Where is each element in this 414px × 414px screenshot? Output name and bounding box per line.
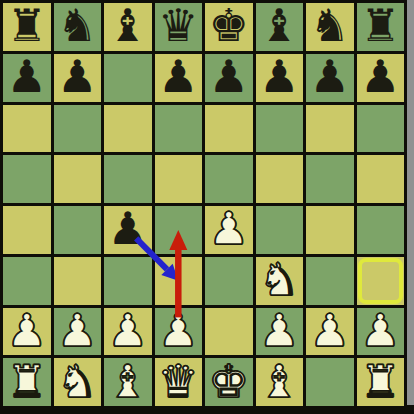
window-edge-strip: [407, 0, 414, 405]
square-c5[interactable]: [104, 155, 152, 203]
piece-black-pawn[interactable]: ♟: [7, 54, 47, 100]
square-d3[interactable]: [155, 257, 203, 305]
piece-white-rook[interactable]: ♜: [7, 358, 47, 404]
square-g1[interactable]: [306, 358, 354, 406]
square-a6[interactable]: [3, 105, 51, 153]
square-f3[interactable]: ♞: [256, 257, 304, 305]
piece-white-pawn[interactable]: ♟: [360, 308, 400, 354]
square-g8[interactable]: ♞: [306, 3, 354, 51]
square-c4[interactable]: ♟: [104, 206, 152, 254]
square-d5[interactable]: [155, 155, 203, 203]
square-f2[interactable]: ♟: [256, 308, 304, 356]
piece-black-pawn[interactable]: ♟: [158, 54, 198, 100]
piece-black-bishop[interactable]: ♝: [259, 3, 299, 49]
square-c2[interactable]: ♟: [104, 308, 152, 356]
square-a4[interactable]: [3, 206, 51, 254]
square-f8[interactable]: ♝: [256, 3, 304, 51]
piece-white-rook[interactable]: ♜: [360, 358, 400, 404]
square-h4[interactable]: [357, 206, 405, 254]
square-f5[interactable]: [256, 155, 304, 203]
square-g3[interactable]: [306, 257, 354, 305]
square-b1[interactable]: ♞: [54, 358, 102, 406]
square-c6[interactable]: [104, 105, 152, 153]
square-a2[interactable]: ♟: [3, 308, 51, 356]
square-e1[interactable]: ♚: [205, 358, 253, 406]
square-h2[interactable]: ♟: [357, 308, 405, 356]
piece-black-pawn[interactable]: ♟: [57, 54, 97, 100]
square-c7[interactable]: [104, 54, 152, 102]
square-b3[interactable]: [54, 257, 102, 305]
piece-white-pawn[interactable]: ♟: [108, 308, 148, 354]
piece-white-king[interactable]: ♚: [209, 358, 249, 404]
square-g2[interactable]: ♟: [306, 308, 354, 356]
piece-black-pawn[interactable]: ♟: [310, 54, 350, 100]
square-g7[interactable]: ♟: [306, 54, 354, 102]
square-f4[interactable]: [256, 206, 304, 254]
square-f6[interactable]: [256, 105, 304, 153]
piece-white-knight[interactable]: ♞: [57, 358, 97, 404]
square-a5[interactable]: [3, 155, 51, 203]
square-h1[interactable]: ♜: [357, 358, 405, 406]
piece-white-pawn[interactable]: ♟: [209, 206, 249, 252]
piece-black-knight[interactable]: ♞: [310, 3, 350, 49]
square-f1[interactable]: ♝: [256, 358, 304, 406]
square-e8[interactable]: ♚: [205, 3, 253, 51]
square-d2[interactable]: ♟: [155, 308, 203, 356]
piece-black-rook[interactable]: ♜: [7, 3, 47, 49]
piece-black-pawn[interactable]: ♟: [360, 54, 400, 100]
piece-white-pawn[interactable]: ♟: [57, 308, 97, 354]
piece-white-pawn[interactable]: ♟: [158, 308, 198, 354]
square-e3[interactable]: [205, 257, 253, 305]
piece-black-queen[interactable]: ♛: [158, 3, 198, 49]
piece-black-pawn[interactable]: ♟: [108, 206, 148, 252]
piece-white-knight[interactable]: ♞: [259, 257, 299, 303]
square-b2[interactable]: ♟: [54, 308, 102, 356]
square-h3[interactable]: [357, 257, 405, 305]
square-a3[interactable]: [3, 257, 51, 305]
square-a1[interactable]: ♜: [3, 358, 51, 406]
square-h5[interactable]: [357, 155, 405, 203]
square-c3[interactable]: [104, 257, 152, 305]
square-g5[interactable]: [306, 155, 354, 203]
piece-white-pawn[interactable]: ♟: [259, 308, 299, 354]
square-c8[interactable]: ♝: [104, 3, 152, 51]
square-f7[interactable]: ♟: [256, 54, 304, 102]
square-c1[interactable]: ♝: [104, 358, 152, 406]
highlight-square-h3: [358, 258, 404, 304]
square-b4[interactable]: [54, 206, 102, 254]
piece-white-pawn[interactable]: ♟: [310, 308, 350, 354]
square-d4[interactable]: [155, 206, 203, 254]
piece-white-bishop[interactable]: ♝: [108, 358, 148, 404]
piece-black-knight[interactable]: ♞: [57, 3, 97, 49]
square-d1[interactable]: ♛: [155, 358, 203, 406]
square-b7[interactable]: ♟: [54, 54, 102, 102]
square-g6[interactable]: [306, 105, 354, 153]
piece-white-bishop[interactable]: ♝: [259, 358, 299, 404]
chess-board[interactable]: ♜♞♝♛♚♝♞♜♟♟♟♟♟♟♟♟♟♞♟♟♟♟♟♟♟♜♞♝♛♚♝♜: [0, 0, 407, 409]
square-e4[interactable]: ♟: [205, 206, 253, 254]
square-h6[interactable]: [357, 105, 405, 153]
square-d6[interactable]: [155, 105, 203, 153]
square-e2[interactable]: [205, 308, 253, 356]
piece-black-pawn[interactable]: ♟: [259, 54, 299, 100]
square-b6[interactable]: [54, 105, 102, 153]
chess-app-window: ♜♞♝♛♚♝♞♜♟♟♟♟♟♟♟♟♟♞♟♟♟♟♟♟♟♜♞♝♛♚♝♜: [0, 0, 414, 414]
piece-black-pawn[interactable]: ♟: [209, 54, 249, 100]
square-a7[interactable]: ♟: [3, 54, 51, 102]
square-b8[interactable]: ♞: [54, 3, 102, 51]
piece-white-pawn[interactable]: ♟: [7, 308, 47, 354]
square-a8[interactable]: ♜: [3, 3, 51, 51]
square-d8[interactable]: ♛: [155, 3, 203, 51]
piece-white-queen[interactable]: ♛: [158, 358, 198, 404]
square-h7[interactable]: ♟: [357, 54, 405, 102]
square-e7[interactable]: ♟: [205, 54, 253, 102]
square-b5[interactable]: [54, 155, 102, 203]
square-g4[interactable]: [306, 206, 354, 254]
piece-black-bishop[interactable]: ♝: [108, 3, 148, 49]
square-e6[interactable]: [205, 105, 253, 153]
square-d7[interactable]: ♟: [155, 54, 203, 102]
square-e5[interactable]: [205, 155, 253, 203]
piece-black-king[interactable]: ♚: [209, 3, 249, 49]
piece-black-rook[interactable]: ♜: [360, 3, 400, 49]
square-h8[interactable]: ♜: [357, 3, 405, 51]
